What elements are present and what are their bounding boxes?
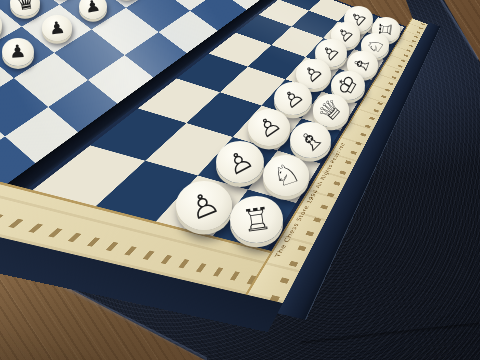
piece-white-pawn-d2[interactable]: ♙ <box>274 82 312 115</box>
piece-white-knight-b1[interactable]: ♘ <box>263 155 309 196</box>
white-rook-glyph: ♖ <box>240 202 274 236</box>
white-pawn-glyph: ♙ <box>184 185 223 225</box>
piece-white-bishop-c1[interactable]: ♗ <box>290 122 331 158</box>
black-pawn-glyph: ♟ <box>9 42 27 61</box>
piece-black-pawn-c7[interactable]: ♟ <box>2 38 34 66</box>
piece-black-pawn-d7[interactable]: ♟ <box>42 15 72 42</box>
black-queen-glyph: ♛ <box>14 0 37 15</box>
piece-white-queen-d1[interactable]: ♕ <box>313 94 350 126</box>
white-knight-glyph: ♘ <box>269 158 304 193</box>
white-pawn-glyph: ♙ <box>279 84 308 113</box>
white-bishop-glyph: ♗ <box>293 123 328 158</box>
piece-white-rook-a1[interactable]: ♖ <box>230 196 284 243</box>
white-pawn-glyph: ♙ <box>222 144 257 180</box>
piece-white-pawn-c2[interactable]: ♙ <box>248 109 290 146</box>
travel-chess-photo: The Chess Store 1994 All Rights Reserved… <box>0 0 480 360</box>
white-pawn-glyph: ♙ <box>253 111 285 143</box>
piece-black-pawn-e7[interactable]: ♟ <box>79 0 108 19</box>
piece-black-bishop-c8[interactable]: ♝ <box>0 11 2 39</box>
white-pawn-glyph: ♙ <box>300 61 326 87</box>
piece-black-queen-d8[interactable]: ♛ <box>10 0 40 16</box>
pieces-layer: ♜♞♟♝♟♚♟♛♟♙♝♟♖♙♘♞♟♙♗♙♜♟♔♙♟♕♙♗♙♘♙♖ <box>0 0 480 360</box>
black-pawn-glyph: ♟ <box>84 0 102 15</box>
piece-white-pawn-a2[interactable]: ♙ <box>176 181 232 230</box>
piece-white-pawn-b2[interactable]: ♙ <box>216 141 264 183</box>
black-pawn-glyph: ♟ <box>48 19 66 38</box>
